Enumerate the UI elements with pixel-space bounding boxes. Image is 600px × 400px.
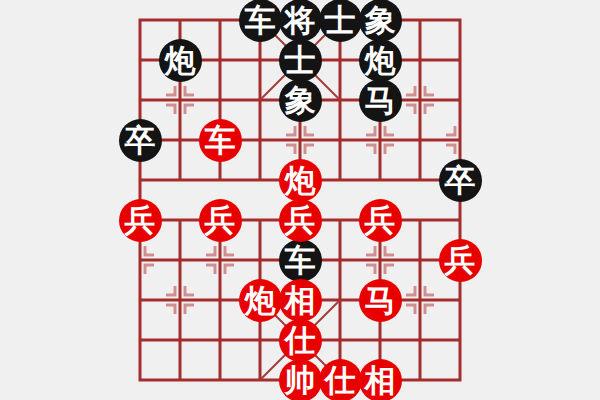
piece-red-chariot[interactable]: 车 <box>199 119 242 162</box>
piece-red-elephant[interactable]: 相 <box>279 279 322 322</box>
piece-black-advisor[interactable]: 士 <box>279 39 322 82</box>
piece-black-soldier[interactable]: 卒 <box>439 159 482 202</box>
xiangqi-diagram: 车将士象炮士炮象马卒卒车车炮兵兵兵兵兵炮相马仕帅仕相 <box>0 0 600 400</box>
piece-red-advisor[interactable]: 仕 <box>319 359 362 400</box>
piece-red-soldier[interactable]: 兵 <box>119 199 162 242</box>
piece-red-soldier[interactable]: 兵 <box>359 199 402 242</box>
piece-black-soldier[interactable]: 卒 <box>119 119 162 162</box>
piece-black-elephant[interactable]: 象 <box>279 79 322 122</box>
piece-black-cannon[interactable]: 炮 <box>359 39 402 82</box>
piece-red-soldier[interactable]: 兵 <box>279 199 322 242</box>
piece-black-chariot[interactable]: 车 <box>239 0 282 42</box>
piece-red-general[interactable]: 帅 <box>279 359 322 400</box>
piece-red-elephant[interactable]: 相 <box>359 359 402 400</box>
piece-black-elephant[interactable]: 象 <box>359 0 402 42</box>
piece-red-horse[interactable]: 马 <box>359 279 402 322</box>
piece-red-soldier[interactable]: 兵 <box>439 239 482 282</box>
piece-black-chariot[interactable]: 车 <box>279 239 322 282</box>
piece-black-general[interactable]: 将 <box>279 0 322 42</box>
piece-black-advisor[interactable]: 士 <box>319 0 362 42</box>
piece-black-horse[interactable]: 马 <box>359 79 402 122</box>
piece-red-cannon[interactable]: 炮 <box>239 279 282 322</box>
piece-red-cannon[interactable]: 炮 <box>279 159 322 202</box>
piece-red-advisor[interactable]: 仕 <box>279 319 322 362</box>
piece-red-soldier[interactable]: 兵 <box>199 199 242 242</box>
piece-black-cannon[interactable]: 炮 <box>159 39 202 82</box>
pieces-layer: 车将士象炮士炮象马卒卒车车炮兵兵兵兵兵炮相马仕帅仕相 <box>120 0 480 400</box>
